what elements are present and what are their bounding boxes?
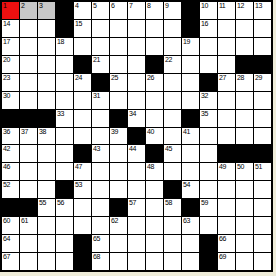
cell-r10c14[interactable]: [254, 181, 271, 198]
cell-r10c4[interactable]: 53: [74, 181, 91, 198]
clue-number-66: 66: [219, 235, 226, 243]
cell-r10c8[interactable]: [146, 181, 163, 198]
cell-r14c1[interactable]: [20, 253, 37, 270]
cell-r9c14[interactable]: 51: [254, 163, 271, 180]
cell-r13c10[interactable]: [182, 235, 199, 252]
cell-r1c1[interactable]: [20, 20, 37, 37]
cell-r0c12[interactable]: 11: [218, 2, 235, 19]
black-cell-r6c0: [2, 110, 19, 127]
clue-number-58: 58: [165, 199, 172, 207]
clue-number-60: 60: [3, 217, 10, 225]
clue-number-50: 50: [237, 163, 244, 171]
clue-number-24: 24: [75, 74, 82, 82]
clue-number-32: 32: [201, 92, 208, 100]
cell-r5c1[interactable]: [20, 92, 37, 109]
cell-r4c1[interactable]: [20, 74, 37, 91]
cell-r8c5[interactable]: 43: [92, 145, 109, 162]
clue-number-65: 65: [93, 235, 100, 243]
cell-r4c12[interactable]: 27: [218, 74, 235, 91]
cell-r11c14[interactable]: [254, 199, 271, 216]
cell-r3c0[interactable]: 20: [2, 56, 19, 73]
black-cell-r0c3: [56, 2, 73, 19]
cell-r1c5[interactable]: [92, 20, 109, 37]
cell-r11c7[interactable]: 57: [128, 199, 145, 216]
cell-r12c5[interactable]: [92, 217, 109, 234]
black-cell-r13c11: [200, 235, 217, 252]
cell-r4c9[interactable]: [164, 74, 181, 91]
cell-r5c8[interactable]: [146, 92, 163, 109]
cell-r6c7[interactable]: 34: [128, 110, 145, 127]
cell-r1c9[interactable]: [164, 20, 181, 37]
cell-r12c6[interactable]: 62: [110, 217, 127, 234]
cell-r13c0[interactable]: 64: [2, 235, 19, 252]
clue-number-2: 2: [21, 2, 24, 10]
clue-number-17: 17: [3, 38, 10, 46]
cell-r1c2[interactable]: [38, 20, 55, 37]
clue-number-46: 46: [3, 163, 10, 171]
clue-number-67: 67: [3, 253, 10, 261]
cell-r4c14[interactable]: 29: [254, 74, 271, 91]
black-cell-r6c2: [38, 110, 55, 127]
cell-r14c13[interactable]: [236, 253, 253, 270]
cell-r6c13[interactable]: [236, 110, 253, 127]
black-cell-r3c8: [146, 56, 163, 73]
cell-r7c8[interactable]: 40: [146, 128, 163, 145]
cell-r9c6[interactable]: [110, 163, 127, 180]
clue-number-6: 6: [111, 2, 114, 10]
clue-number-43: 43: [93, 145, 100, 153]
cell-r2c14[interactable]: [254, 38, 271, 55]
cell-r5c12[interactable]: [218, 92, 235, 109]
cell-r12c11[interactable]: [200, 217, 217, 234]
cell-r0c6[interactable]: 6: [110, 2, 127, 19]
clue-number-12: 12: [237, 2, 244, 10]
cell-r7c13[interactable]: [236, 128, 253, 145]
cell-r12c2[interactable]: [38, 217, 55, 234]
cell-r14c14[interactable]: [254, 253, 271, 270]
cell-r4c13[interactable]: 28: [236, 74, 253, 91]
black-cell-r8c8: [146, 145, 163, 162]
clue-number-48: 48: [147, 163, 154, 171]
cell-r6c4[interactable]: [74, 110, 91, 127]
cell-r10c5[interactable]: [92, 181, 109, 198]
cell-r4c6[interactable]: 25: [110, 74, 127, 91]
cell-r1c13[interactable]: [236, 20, 253, 37]
cell-r13c12[interactable]: 66: [218, 235, 235, 252]
cell-r14c6[interactable]: [110, 253, 127, 270]
cell-r0c8[interactable]: 8: [146, 2, 163, 19]
cell-r0c14[interactable]: 13: [254, 2, 271, 19]
cell-r12c14[interactable]: [254, 217, 271, 234]
cell-r3c11[interactable]: [200, 56, 217, 73]
cell-r12c8[interactable]: [146, 217, 163, 234]
cell-r6c12[interactable]: [218, 110, 235, 127]
cell-r4c3[interactable]: [56, 74, 73, 91]
cell-r9c9[interactable]: [164, 163, 181, 180]
cell-r6c8[interactable]: [146, 110, 163, 127]
cell-r5c11[interactable]: 32: [200, 92, 217, 109]
cell-r6c9[interactable]: [164, 110, 181, 127]
cell-r1c14[interactable]: [254, 20, 271, 37]
cell-r7c1[interactable]: 37: [20, 128, 37, 145]
cell-r1c0[interactable]: 14: [2, 20, 19, 37]
cell-r3c1[interactable]: [20, 56, 37, 73]
clue-number-11: 11: [219, 2, 225, 10]
clue-number-30: 30: [3, 92, 10, 100]
cell-r6c5[interactable]: [92, 110, 109, 127]
cell-r8c0[interactable]: 42: [2, 145, 19, 162]
cell-r2c5[interactable]: [92, 38, 109, 55]
cell-r5c3[interactable]: [56, 92, 73, 109]
cell-r8c2[interactable]: [38, 145, 55, 162]
cell-r11c12[interactable]: [218, 199, 235, 216]
cell-r9c11[interactable]: [200, 163, 217, 180]
black-cell-r8c12: [218, 145, 235, 162]
cell-r7c9[interactable]: [164, 128, 181, 145]
cell-r10c2[interactable]: [38, 181, 55, 198]
cell-r9c5[interactable]: [92, 163, 109, 180]
cell-r14c0[interactable]: 67: [2, 253, 19, 270]
cell-r7c4[interactable]: [74, 128, 91, 145]
black-cell-r6c10: [182, 110, 199, 127]
clue-number-38: 38: [39, 128, 46, 136]
cell-r7c3[interactable]: [56, 128, 73, 145]
clue-number-29: 29: [255, 74, 262, 82]
cell-r14c7[interactable]: [128, 253, 145, 270]
cell-r11c5[interactable]: [92, 199, 109, 216]
clue-number-34: 34: [129, 110, 136, 118]
cell-r9c7[interactable]: [128, 163, 145, 180]
cell-r12c7[interactable]: [128, 217, 145, 234]
black-cell-r4c11: [200, 74, 217, 91]
cell-r7c10[interactable]: 41: [182, 128, 199, 145]
cell-r8c9[interactable]: 45: [164, 145, 181, 162]
black-cell-r10c3: [56, 181, 73, 198]
black-cell-r8c4: [74, 145, 91, 162]
clue-number-18: 18: [57, 38, 64, 46]
cell-r8c6[interactable]: [110, 145, 127, 162]
cell-r12c13[interactable]: [236, 217, 253, 234]
cell-r7c12[interactable]: [218, 128, 235, 145]
clue-number-16: 16: [201, 20, 208, 28]
cell-r9c10[interactable]: [182, 163, 199, 180]
cell-r10c0[interactable]: 52: [2, 181, 19, 198]
cell-r0c0[interactable]: 1: [2, 2, 19, 19]
cell-r14c5[interactable]: 68: [92, 253, 109, 270]
cell-r4c10[interactable]: [182, 74, 199, 91]
cell-r0c5[interactable]: 5: [92, 2, 109, 19]
cell-r13c14[interactable]: [254, 235, 271, 252]
cell-r11c11[interactable]: 59: [200, 199, 217, 216]
cell-r2c1[interactable]: [20, 38, 37, 55]
black-cell-r11c0: [2, 199, 19, 216]
clue-number-39: 39: [111, 128, 118, 136]
black-cell-r3c14: [254, 56, 271, 73]
clue-number-44: 44: [129, 145, 136, 153]
cell-r13c1[interactable]: [20, 235, 37, 252]
clue-number-49: 49: [219, 163, 226, 171]
cell-r1c7[interactable]: [128, 20, 145, 37]
clue-number-56: 56: [57, 199, 64, 207]
cell-r13c2[interactable]: [38, 235, 55, 252]
cell-r3c10[interactable]: [182, 56, 199, 73]
black-cell-r14c11: [200, 253, 217, 270]
cell-r13c6[interactable]: [110, 235, 127, 252]
cell-r1c4[interactable]: 15: [74, 20, 91, 37]
cell-r4c0[interactable]: 23: [2, 74, 19, 91]
cell-r2c13[interactable]: [236, 38, 253, 55]
cell-r3c7[interactable]: [128, 56, 145, 73]
cell-r3c12[interactable]: [218, 56, 235, 73]
cell-r2c8[interactable]: [146, 38, 163, 55]
cell-r14c10[interactable]: [182, 253, 199, 270]
clue-number-21: 21: [93, 56, 100, 64]
crossword-page: 1234567891011121314151617181920212223242…: [0, 0, 276, 276]
cell-r9c2[interactable]: [38, 163, 55, 180]
clue-number-69: 69: [219, 253, 226, 261]
clue-number-68: 68: [93, 253, 100, 261]
cell-r14c12[interactable]: 69: [218, 253, 235, 270]
cell-r3c3[interactable]: [56, 56, 73, 73]
black-cell-r7c7: [128, 128, 145, 145]
clue-number-20: 20: [3, 56, 10, 64]
clue-number-15: 15: [75, 20, 82, 28]
black-cell-r1c3: [56, 20, 73, 37]
cell-r9c3[interactable]: [56, 163, 73, 180]
cell-r1c6[interactable]: [110, 20, 127, 37]
cell-r10c7[interactable]: [128, 181, 145, 198]
clue-number-53: 53: [75, 181, 82, 189]
cell-r11c8[interactable]: [146, 199, 163, 216]
cell-r6c14[interactable]: [254, 110, 271, 127]
cell-r9c1[interactable]: [20, 163, 37, 180]
cell-r12c3[interactable]: [56, 217, 73, 234]
cell-r1c12[interactable]: [218, 20, 235, 37]
cell-r7c14[interactable]: [254, 128, 271, 145]
cell-r5c9[interactable]: [164, 92, 181, 109]
clue-number-64: 64: [3, 235, 10, 243]
cell-r7c2[interactable]: 38: [38, 128, 55, 145]
cell-r0c7[interactable]: 7: [128, 2, 145, 19]
clue-number-37: 37: [21, 128, 28, 136]
clue-number-8: 8: [147, 2, 150, 10]
cell-r10c12[interactable]: [218, 181, 235, 198]
cell-r6c3[interactable]: 33: [56, 110, 73, 127]
cell-r4c2[interactable]: [38, 74, 55, 91]
cell-r8c10[interactable]: [182, 145, 199, 162]
cell-r12c0[interactable]: 60: [2, 217, 19, 234]
black-cell-r3c13: [236, 56, 253, 73]
cell-r2c0[interactable]: 17: [2, 38, 19, 55]
cell-r13c8[interactable]: [146, 235, 163, 252]
black-cell-r14c4: [74, 253, 91, 270]
cell-r2c3[interactable]: 18: [56, 38, 73, 55]
cell-r7c5[interactable]: [92, 128, 109, 145]
cell-r5c0[interactable]: 30: [2, 92, 19, 109]
cell-r2c2[interactable]: [38, 38, 55, 55]
cell-r9c0[interactable]: 46: [2, 163, 19, 180]
clue-number-10: 10: [201, 2, 208, 10]
cell-r10c6[interactable]: [110, 181, 127, 198]
cell-r2c4[interactable]: [74, 38, 91, 55]
clue-number-7: 7: [129, 2, 132, 10]
black-cell-r1c10: [182, 20, 199, 37]
clue-number-5: 5: [93, 2, 96, 10]
cell-r12c12[interactable]: [218, 217, 235, 234]
clue-number-47: 47: [75, 163, 82, 171]
black-cell-r6c6: [110, 110, 127, 127]
cell-r8c3[interactable]: [56, 145, 73, 162]
clue-number-55: 55: [39, 199, 46, 207]
black-cell-r4c5: [92, 74, 109, 91]
clue-number-14: 14: [3, 20, 10, 28]
cell-r7c6[interactable]: 39: [110, 128, 127, 145]
clue-number-35: 35: [201, 110, 208, 118]
cell-r3c5[interactable]: 21: [92, 56, 109, 73]
black-cell-r10c9: [164, 181, 181, 198]
cell-r3c6[interactable]: [110, 56, 127, 73]
cell-r5c7[interactable]: [128, 92, 145, 109]
cell-r12c1[interactable]: 61: [20, 217, 37, 234]
black-cell-r3c4: [74, 56, 91, 73]
black-cell-r11c6: [110, 199, 127, 216]
cell-r1c8[interactable]: [146, 20, 163, 37]
cell-r13c3[interactable]: [56, 235, 73, 252]
clue-number-3: 3: [39, 2, 42, 10]
clue-number-9: 9: [165, 2, 168, 10]
clue-number-54: 54: [183, 181, 190, 189]
cell-r12c9[interactable]: [164, 217, 181, 234]
cell-r2c12[interactable]: [218, 38, 235, 55]
clue-number-19: 19: [183, 38, 190, 46]
cell-r5c5[interactable]: 31: [92, 92, 109, 109]
cell-r5c4[interactable]: [74, 92, 91, 109]
cell-r11c4[interactable]: [74, 199, 91, 216]
cell-r11c2[interactable]: 55: [38, 199, 55, 216]
cell-r9c4[interactable]: 47: [74, 163, 91, 180]
black-cell-r8c13: [236, 145, 253, 162]
cell-r5c13[interactable]: [236, 92, 253, 109]
cell-r10c11[interactable]: [200, 181, 217, 198]
cell-r9c12[interactable]: 49: [218, 163, 235, 180]
clue-number-40: 40: [147, 128, 154, 136]
cell-r7c11[interactable]: [200, 128, 217, 145]
clue-number-4: 4: [75, 2, 78, 10]
cell-r2c6[interactable]: [110, 38, 127, 55]
black-cell-r11c10: [182, 199, 199, 216]
black-cell-r6c1: [20, 110, 37, 127]
clue-number-62: 62: [111, 217, 118, 225]
cell-r12c4[interactable]: [74, 217, 91, 234]
clue-number-63: 63: [183, 217, 190, 225]
clue-number-36: 36: [3, 128, 10, 136]
cell-r9c8[interactable]: 48: [146, 163, 163, 180]
cell-r8c1[interactable]: [20, 145, 37, 162]
black-cell-r11c1: [20, 199, 37, 216]
cell-r7c0[interactable]: 36: [2, 128, 19, 145]
cell-r9c13[interactable]: 50: [236, 163, 253, 180]
cell-r13c5[interactable]: 65: [92, 235, 109, 252]
cell-r2c11[interactable]: [200, 38, 217, 55]
clue-number-23: 23: [3, 74, 10, 82]
clue-number-59: 59: [201, 199, 208, 207]
cell-r12c10[interactable]: 63: [182, 217, 199, 234]
cell-r5c14[interactable]: [254, 92, 271, 109]
cell-r4c7[interactable]: [128, 74, 145, 91]
cell-r14c9[interactable]: [164, 253, 181, 270]
clue-number-1: 1: [3, 2, 6, 10]
cell-r0c9[interactable]: 9: [164, 2, 181, 19]
cell-r11c3[interactable]: 56: [56, 199, 73, 216]
cell-r6c11[interactable]: 35: [200, 110, 217, 127]
clue-number-45: 45: [165, 145, 172, 153]
cell-r10c10[interactable]: 54: [182, 181, 199, 198]
cell-r13c9[interactable]: [164, 235, 181, 252]
cell-r14c3[interactable]: [56, 253, 73, 270]
clue-number-25: 25: [111, 74, 118, 82]
clue-number-61: 61: [21, 217, 28, 225]
clue-number-42: 42: [3, 145, 10, 153]
cell-r14c8[interactable]: [146, 253, 163, 270]
crossword-grid: 1234567891011121314151617181920212223242…: [0, 0, 273, 272]
cell-r2c7[interactable]: [128, 38, 145, 55]
black-cell-r0c10: [182, 2, 199, 19]
cell-r4c4[interactable]: 24: [74, 74, 91, 91]
cell-r5c6[interactable]: [110, 92, 127, 109]
cell-r14c2[interactable]: [38, 253, 55, 270]
clue-number-28: 28: [237, 74, 244, 82]
cell-r8c7[interactable]: 44: [128, 145, 145, 162]
black-cell-r13c4: [74, 235, 91, 252]
clue-number-26: 26: [147, 74, 154, 82]
clue-number-31: 31: [93, 92, 100, 100]
cell-r5c2[interactable]: [38, 92, 55, 109]
cell-r10c1[interactable]: [20, 181, 37, 198]
cell-r2c9[interactable]: [164, 38, 181, 55]
clue-number-13: 13: [255, 2, 262, 10]
clue-number-57: 57: [129, 199, 136, 207]
cell-r0c1[interactable]: 2: [20, 2, 37, 19]
cell-r13c13[interactable]: [236, 235, 253, 252]
cell-r0c2[interactable]: 3: [38, 2, 55, 19]
cell-r11c9[interactable]: 58: [164, 199, 181, 216]
cell-r10c13[interactable]: [236, 181, 253, 198]
cell-r1c11[interactable]: 16: [200, 20, 217, 37]
black-cell-r8c14: [254, 145, 271, 162]
cell-r11c13[interactable]: [236, 199, 253, 216]
cell-r0c13[interactable]: 12: [236, 2, 253, 19]
clue-number-33: 33: [57, 110, 64, 118]
clue-number-22: 22: [165, 56, 172, 64]
cell-r3c2[interactable]: [38, 56, 55, 73]
cell-r2c10[interactable]: 19: [182, 38, 199, 55]
cell-r8c11[interactable]: [200, 145, 217, 162]
cell-r3c9[interactable]: 22: [164, 56, 181, 73]
cell-r4c8[interactable]: 26: [146, 74, 163, 91]
clue-number-51: 51: [255, 163, 262, 171]
cell-r13c7[interactable]: [128, 235, 145, 252]
cell-r5c10[interactable]: [182, 92, 199, 109]
cell-r0c11[interactable]: 10: [200, 2, 217, 19]
clue-number-52: 52: [3, 181, 10, 189]
clue-number-41: 41: [183, 128, 190, 136]
clue-number-27: 27: [219, 74, 226, 82]
cell-r0c4[interactable]: 4: [74, 2, 91, 19]
